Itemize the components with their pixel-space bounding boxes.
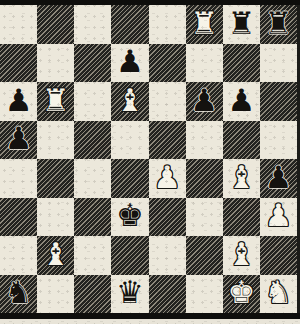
square-b5[interactable]: [37, 121, 74, 160]
square-e6[interactable]: [149, 82, 186, 121]
piece-black-pawn: ♟: [190, 85, 218, 116]
square-a7[interactable]: [0, 44, 37, 83]
piece-white-king: ♚: [227, 277, 255, 308]
piece-black-knight: ♞: [5, 277, 33, 308]
square-e1[interactable]: [149, 275, 186, 314]
piece-black-king: ♚: [116, 200, 144, 231]
square-h7[interactable]: [260, 44, 297, 83]
square-a8[interactable]: [0, 5, 37, 44]
square-g3[interactable]: [223, 198, 260, 237]
square-g4[interactable]: ♝: [223, 159, 260, 198]
square-e2[interactable]: [149, 236, 186, 275]
piece-white-pawn: ♟: [153, 162, 181, 193]
square-h4[interactable]: ♟: [260, 159, 297, 198]
square-h6[interactable]: [260, 82, 297, 121]
square-c3[interactable]: [74, 198, 111, 237]
square-a1[interactable]: ♞: [0, 275, 37, 314]
square-g8[interactable]: ♜: [223, 5, 260, 44]
square-f7[interactable]: [186, 44, 223, 83]
square-d3[interactable]: ♚: [111, 198, 148, 237]
piece-black-rook: ♜: [265, 8, 293, 39]
square-d6[interactable]: ♝: [111, 82, 148, 121]
square-a4[interactable]: [0, 159, 37, 198]
square-b6[interactable]: ♜: [37, 82, 74, 121]
square-c7[interactable]: [74, 44, 111, 83]
piece-black-pawn: ♟: [5, 85, 33, 116]
square-e4[interactable]: ♟: [149, 159, 186, 198]
square-d2[interactable]: [111, 236, 148, 275]
square-e5[interactable]: [149, 121, 186, 160]
square-d4[interactable]: [111, 159, 148, 198]
square-g5[interactable]: [223, 121, 260, 160]
square-g7[interactable]: [223, 44, 260, 83]
square-a2[interactable]: [0, 236, 37, 275]
square-a6[interactable]: ♟: [0, 82, 37, 121]
piece-white-bishop: ♝: [116, 85, 144, 116]
bottom-column-rule: [0, 313, 300, 319]
square-c8[interactable]: [74, 5, 111, 44]
square-f2[interactable]: [186, 236, 223, 275]
piece-black-rook: ♜: [227, 8, 255, 39]
square-d8[interactable]: [111, 5, 148, 44]
square-f8[interactable]: ♜: [186, 5, 223, 44]
square-c6[interactable]: [74, 82, 111, 121]
piece-white-bishop: ♝: [42, 239, 70, 270]
square-h3[interactable]: ♟: [260, 198, 297, 237]
square-h2[interactable]: [260, 236, 297, 275]
piece-black-pawn: ♟: [5, 123, 33, 154]
square-f6[interactable]: ♟: [186, 82, 223, 121]
piece-white-knight: ♞: [265, 277, 293, 308]
square-h8[interactable]: ♜: [260, 5, 297, 44]
piece-black-pawn: ♟: [227, 85, 255, 116]
chess-board: ♜♜♜♟♟♜♝♟♟♟♟♝♟♚♟♝♝♞♛♚♞: [0, 5, 300, 313]
square-g2[interactable]: ♝: [223, 236, 260, 275]
square-a5[interactable]: ♟: [0, 121, 37, 160]
square-d1[interactable]: ♛: [111, 275, 148, 314]
piece-black-queen: ♛: [116, 277, 144, 308]
square-g6[interactable]: ♟: [223, 82, 260, 121]
square-b2[interactable]: ♝: [37, 236, 74, 275]
square-e7[interactable]: [149, 44, 186, 83]
square-f1[interactable]: [186, 275, 223, 314]
piece-white-bishop: ♝: [227, 162, 255, 193]
square-c1[interactable]: [74, 275, 111, 314]
square-b7[interactable]: [37, 44, 74, 83]
piece-white-rook: ♜: [190, 8, 218, 39]
square-b8[interactable]: [37, 5, 74, 44]
square-g1[interactable]: ♚: [223, 275, 260, 314]
square-d5[interactable]: [111, 121, 148, 160]
square-f4[interactable]: [186, 159, 223, 198]
square-h5[interactable]: [260, 121, 297, 160]
square-c5[interactable]: [74, 121, 111, 160]
square-e3[interactable]: [149, 198, 186, 237]
square-h1[interactable]: ♞: [260, 275, 297, 314]
square-a3[interactable]: [0, 198, 37, 237]
square-c2[interactable]: [74, 236, 111, 275]
piece-black-pawn: ♟: [265, 162, 293, 193]
piece-black-pawn: ♟: [116, 46, 144, 77]
square-f5[interactable]: [186, 121, 223, 160]
piece-white-rook: ♜: [42, 85, 70, 116]
square-c4[interactable]: [74, 159, 111, 198]
square-f3[interactable]: [186, 198, 223, 237]
piece-white-bishop: ♝: [227, 239, 255, 270]
square-d7[interactable]: ♟: [111, 44, 148, 83]
piece-white-pawn: ♟: [265, 200, 293, 231]
square-b1[interactable]: [37, 275, 74, 314]
square-e8[interactable]: [149, 5, 186, 44]
square-b3[interactable]: [37, 198, 74, 237]
square-b4[interactable]: [37, 159, 74, 198]
